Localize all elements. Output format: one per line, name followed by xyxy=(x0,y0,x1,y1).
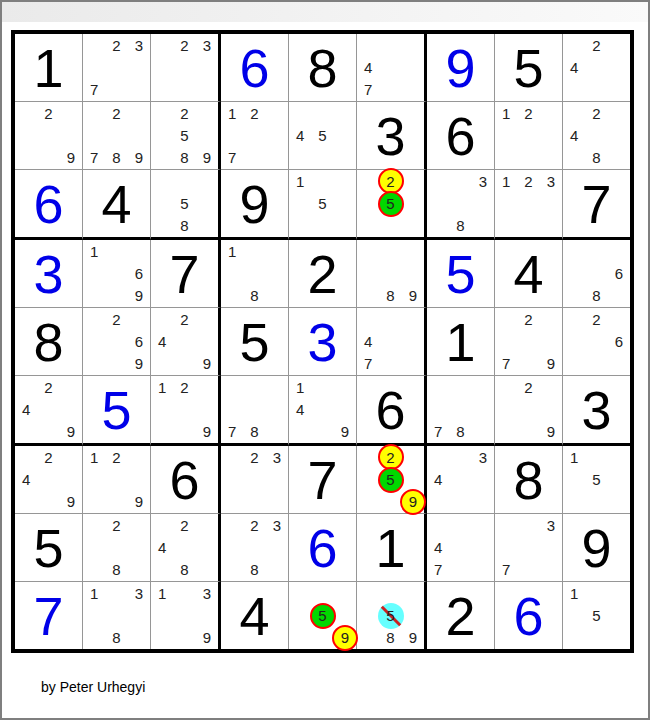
candidate-8: 8 xyxy=(449,421,471,443)
solved-digit: 6 xyxy=(15,170,82,237)
given-digit: 4 xyxy=(495,240,562,307)
cell-r7c6[interactable]: 259 xyxy=(357,446,427,514)
cell-r4c9[interactable]: 68 xyxy=(563,240,630,308)
cell-r2c2[interactable]: 2789 xyxy=(83,102,151,170)
cell-r4c6[interactable]: 89 xyxy=(357,240,427,308)
candidate-1: 1 xyxy=(151,376,173,398)
candidate-3: 3 xyxy=(128,582,150,604)
solved-digit: 5 xyxy=(83,376,150,443)
candidate-2: 2 xyxy=(517,376,539,398)
cell-r9c7[interactable]: 2 xyxy=(427,582,495,649)
candidate-9: 9 xyxy=(60,421,82,443)
candidate-2: 2 xyxy=(379,446,401,468)
candidate-4: 4 xyxy=(151,536,173,558)
candidate-8: 8 xyxy=(173,215,195,237)
candidate-1: 1 xyxy=(563,582,585,604)
cell-r2c1[interactable]: 29 xyxy=(15,102,83,170)
candidate-9: 9 xyxy=(540,421,562,443)
candidate-3: 3 xyxy=(266,514,288,536)
cell-r4c4[interactable]: 18 xyxy=(221,240,289,308)
candidate-4: 4 xyxy=(563,124,585,146)
candidate-7: 7 xyxy=(495,559,517,581)
cell-r6c6[interactable]: 6 xyxy=(357,376,427,446)
candidate-5: 5 xyxy=(379,604,401,626)
candidate-2: 2 xyxy=(243,514,265,536)
solved-digit: 6 xyxy=(221,34,288,101)
given-digit: 7 xyxy=(563,170,630,237)
candidate-3: 3 xyxy=(472,170,494,192)
candidate-8: 8 xyxy=(243,559,265,581)
candidate-2: 2 xyxy=(585,102,607,124)
cell-r7c8[interactable]: 8 xyxy=(495,446,563,514)
candidate-8: 8 xyxy=(105,627,127,649)
candidate-5: 5 xyxy=(173,124,195,146)
solved-digit: 5 xyxy=(427,240,494,307)
candidate-4: 4 xyxy=(289,124,311,146)
solved-digit: 6 xyxy=(495,582,562,649)
candidate-2: 2 xyxy=(517,102,539,124)
cell-r2c9[interactable]: 248 xyxy=(563,102,630,170)
candidate-8: 8 xyxy=(379,285,401,307)
candidate-9: 9 xyxy=(60,147,82,169)
cell-r1c2[interactable]: 237 xyxy=(83,34,151,102)
given-digit: 4 xyxy=(83,170,150,237)
candidate-5: 5 xyxy=(379,468,401,490)
board-row-6: 249512978149678293 xyxy=(15,376,630,446)
cell-r9c2[interactable]: 138 xyxy=(83,582,151,649)
candidate-2: 2 xyxy=(173,34,195,56)
candidate-2: 2 xyxy=(37,102,59,124)
cell-r5c7[interactable]: 1 xyxy=(427,308,495,376)
candidate-7: 7 xyxy=(221,147,243,169)
cell-r7c2[interactable]: 129 xyxy=(83,446,151,514)
cell-r2c6[interactable]: 3 xyxy=(357,102,427,170)
cell-r5c3[interactable]: 249 xyxy=(151,308,221,376)
cell-r1c6[interactable]: 47 xyxy=(357,34,427,102)
candidate-5: 5 xyxy=(585,604,607,626)
cell-r8c1[interactable]: 5 xyxy=(15,514,83,582)
cell-r4c5[interactable]: 2 xyxy=(289,240,357,308)
solved-digit: 3 xyxy=(15,240,82,307)
given-digit: 5 xyxy=(495,34,562,101)
candidate-1: 1 xyxy=(289,170,311,192)
board-row-9: 71381394595892615 xyxy=(15,582,630,649)
candidate-2: 2 xyxy=(585,308,607,330)
cell-r5c2[interactable]: 269 xyxy=(83,308,151,376)
given-digit: 2 xyxy=(289,240,356,307)
cell-r6c8[interactable]: 29 xyxy=(495,376,563,446)
cell-r3c6[interactable]: 25 xyxy=(357,170,427,240)
candidate-9: 9 xyxy=(196,421,218,443)
board-row-8: 5282482386147379 xyxy=(15,514,630,582)
candidate-8: 8 xyxy=(585,285,607,307)
candidate-7: 7 xyxy=(427,421,449,443)
cell-r5c1[interactable]: 8 xyxy=(15,308,83,376)
solved-digit: 3 xyxy=(289,308,356,375)
cell-r3c9[interactable]: 7 xyxy=(563,170,630,240)
cell-r3c3[interactable]: 58 xyxy=(151,170,221,240)
candidate-2: 2 xyxy=(37,376,59,398)
cell-r4c3[interactable]: 7 xyxy=(151,240,221,308)
candidate-9: 9 xyxy=(196,627,218,649)
candidate-6: 6 xyxy=(128,262,150,284)
candidate-2: 2 xyxy=(105,514,127,536)
given-digit: 7 xyxy=(289,446,356,513)
board-row-1: 12372368479524 xyxy=(15,34,630,102)
given-digit: 3 xyxy=(563,376,630,443)
candidate-8: 8 xyxy=(585,147,607,169)
candidate-3: 3 xyxy=(196,34,218,56)
candidate-3: 3 xyxy=(128,34,150,56)
candidate-1: 1 xyxy=(289,376,311,398)
candidate-3: 3 xyxy=(540,170,562,192)
given-digit: 8 xyxy=(495,446,562,513)
cell-r5c8[interactable]: 279 xyxy=(495,308,563,376)
candidate-4: 4 xyxy=(289,398,311,420)
cell-r4c2[interactable]: 169 xyxy=(83,240,151,308)
candidate-9: 9 xyxy=(60,491,82,513)
candidate-4: 4 xyxy=(427,536,449,558)
cell-r6c3[interactable]: 129 xyxy=(151,376,221,446)
cell-r2c3[interactable]: 2589 xyxy=(151,102,221,170)
candidate-7: 7 xyxy=(221,421,243,443)
candidate-8: 8 xyxy=(173,147,195,169)
candidate-9: 9 xyxy=(196,353,218,375)
candidate-1: 1 xyxy=(221,240,243,262)
cell-r5c6[interactable]: 47 xyxy=(357,308,427,376)
cell-r3c7[interactable]: 38 xyxy=(427,170,495,240)
board-row-3: 645891525381237 xyxy=(15,170,630,240)
candidate-9: 9 xyxy=(128,285,150,307)
candidate-2: 2 xyxy=(105,446,127,468)
candidate-1: 1 xyxy=(151,582,173,604)
applet-window: 1237236847952429278925891274536122486458… xyxy=(0,0,650,720)
cell-r1c3[interactable]: 23 xyxy=(151,34,221,102)
cell-r7c9[interactable]: 15 xyxy=(563,446,630,514)
candidate-4: 4 xyxy=(427,468,449,490)
candidate-5: 5 xyxy=(585,468,607,490)
candidate-5: 5 xyxy=(173,192,195,214)
candidate-2: 2 xyxy=(379,170,401,192)
cell-r8c3[interactable]: 248 xyxy=(151,514,221,582)
candidate-3: 3 xyxy=(472,446,494,468)
sudoku-board: 1237236847952429278925891274536122486458… xyxy=(11,30,634,653)
given-digit: 8 xyxy=(15,308,82,375)
given-digit: 9 xyxy=(563,514,630,581)
candidate-2: 2 xyxy=(173,376,195,398)
cell-r1c4[interactable]: 6 xyxy=(221,34,289,102)
candidate-5: 5 xyxy=(311,604,333,626)
candidate-2: 2 xyxy=(517,308,539,330)
cell-r8c8[interactable]: 37 xyxy=(495,514,563,582)
cell-r5c5[interactable]: 3 xyxy=(289,308,357,376)
candidate-8: 8 xyxy=(173,559,195,581)
candidate-8: 8 xyxy=(379,627,401,649)
given-digit: 8 xyxy=(289,34,356,101)
given-digit: 4 xyxy=(221,582,288,649)
cell-r3c5[interactable]: 15 xyxy=(289,170,357,240)
cell-r9c9[interactable]: 15 xyxy=(563,582,630,649)
cell-r8c4[interactable]: 238 xyxy=(221,514,289,582)
candidate-5: 5 xyxy=(311,124,333,146)
candidate-2: 2 xyxy=(173,514,195,536)
candidate-8: 8 xyxy=(243,421,265,443)
candidate-8: 8 xyxy=(449,215,471,237)
cell-r3c4[interactable]: 9 xyxy=(221,170,289,240)
cell-r3c1[interactable]: 6 xyxy=(15,170,83,240)
given-digit: 3 xyxy=(357,102,424,169)
given-digit: 6 xyxy=(151,446,218,513)
cell-r8c7[interactable]: 47 xyxy=(427,514,495,582)
cell-r5c4[interactable]: 5 xyxy=(221,308,289,376)
candidate-2: 2 xyxy=(173,102,195,124)
board-row-2: 2927892589127453612248 xyxy=(15,102,630,170)
given-digit: 6 xyxy=(357,376,424,443)
candidate-9: 9 xyxy=(540,353,562,375)
cell-r2c4[interactable]: 127 xyxy=(221,102,289,170)
cell-r6c4[interactable]: 78 xyxy=(221,376,289,446)
cell-r9c6[interactable]: 589 xyxy=(357,582,427,649)
cell-r7c7[interactable]: 34 xyxy=(427,446,495,514)
candidate-8: 8 xyxy=(105,559,127,581)
candidate-8: 8 xyxy=(105,147,127,169)
candidate-6: 6 xyxy=(608,330,630,352)
candidate-1: 1 xyxy=(83,446,105,468)
given-digit: 1 xyxy=(357,514,424,581)
titlebar xyxy=(2,2,648,22)
cell-r3c8[interactable]: 123 xyxy=(495,170,563,240)
candidate-8: 8 xyxy=(243,285,265,307)
cell-r6c9[interactable]: 3 xyxy=(563,376,630,446)
given-digit: 7 xyxy=(151,240,218,307)
candidate-9: 9 xyxy=(128,491,150,513)
cell-r5c9[interactable]: 26 xyxy=(563,308,630,376)
cell-r1c9[interactable]: 24 xyxy=(563,34,630,102)
cell-r2c8[interactable]: 12 xyxy=(495,102,563,170)
candidate-1: 1 xyxy=(221,102,243,124)
given-digit: 9 xyxy=(221,170,288,237)
cell-r7c5[interactable]: 7 xyxy=(289,446,357,514)
candidate-3: 3 xyxy=(196,582,218,604)
candidate-4: 4 xyxy=(15,398,37,420)
candidate-9: 9 xyxy=(128,147,150,169)
given-digit: 5 xyxy=(15,514,82,581)
candidate-1: 1 xyxy=(495,102,517,124)
given-digit: 5 xyxy=(221,308,288,375)
candidate-7: 7 xyxy=(83,147,105,169)
cell-r6c1[interactable]: 249 xyxy=(15,376,83,446)
given-digit: 1 xyxy=(15,34,82,101)
candidate-3: 3 xyxy=(540,514,562,536)
candidate-6: 6 xyxy=(608,262,630,284)
cell-r1c7[interactable]: 9 xyxy=(427,34,495,102)
cell-r1c8[interactable]: 5 xyxy=(495,34,563,102)
cell-r6c5[interactable]: 149 xyxy=(289,376,357,446)
candidate-6: 6 xyxy=(128,330,150,352)
cell-r2c5[interactable]: 45 xyxy=(289,102,357,170)
candidate-9: 9 xyxy=(128,353,150,375)
candidate-9: 9 xyxy=(334,627,356,649)
candidate-2: 2 xyxy=(105,34,127,56)
cell-r4c8[interactable]: 4 xyxy=(495,240,563,308)
candidate-2: 2 xyxy=(243,102,265,124)
candidate-5: 5 xyxy=(379,192,401,214)
candidate-5: 5 xyxy=(311,192,333,214)
candidate-9: 9 xyxy=(334,421,356,443)
candidate-1: 1 xyxy=(83,240,105,262)
candidate-1: 1 xyxy=(83,582,105,604)
candidate-2: 2 xyxy=(585,34,607,56)
board-row-4: 31697182895468 xyxy=(15,240,630,308)
given-digit: 1 xyxy=(427,308,494,375)
cell-r8c9[interactable]: 9 xyxy=(563,514,630,582)
cell-r9c1[interactable]: 7 xyxy=(15,582,83,649)
candidate-7: 7 xyxy=(357,79,379,101)
cell-r6c7[interactable]: 78 xyxy=(427,376,495,446)
cell-r9c4[interactable]: 4 xyxy=(221,582,289,649)
cell-r8c5[interactable]: 6 xyxy=(289,514,357,582)
board-row-5: 82692495347127926 xyxy=(15,308,630,376)
candidate-3: 3 xyxy=(266,446,288,468)
cell-r7c4[interactable]: 23 xyxy=(221,446,289,514)
candidate-2: 2 xyxy=(243,446,265,468)
candidate-2: 2 xyxy=(105,102,127,124)
cell-r9c8[interactable]: 6 xyxy=(495,582,563,649)
cell-r4c7[interactable]: 5 xyxy=(427,240,495,308)
cell-r7c1[interactable]: 249 xyxy=(15,446,83,514)
candidate-2: 2 xyxy=(173,308,195,330)
candidate-2: 2 xyxy=(105,308,127,330)
candidate-4: 4 xyxy=(151,330,173,352)
candidate-7: 7 xyxy=(83,79,105,101)
solved-digit: 7 xyxy=(15,582,82,649)
candidate-7: 7 xyxy=(357,353,379,375)
given-digit: 2 xyxy=(427,582,494,649)
cell-r1c5[interactable]: 8 xyxy=(289,34,357,102)
candidate-7: 7 xyxy=(427,559,449,581)
cell-r7c3[interactable]: 6 xyxy=(151,446,221,514)
candidate-9: 9 xyxy=(196,147,218,169)
cell-r1c1[interactable]: 1 xyxy=(15,34,83,102)
candidate-4: 4 xyxy=(357,56,379,78)
candidate-4: 4 xyxy=(15,468,37,490)
cell-r9c3[interactable]: 139 xyxy=(151,582,221,649)
cell-r4c1[interactable]: 3 xyxy=(15,240,83,308)
cell-r3c2[interactable]: 4 xyxy=(83,170,151,240)
candidate-2: 2 xyxy=(37,446,59,468)
candidate-4: 4 xyxy=(563,56,585,78)
candidate-4: 4 xyxy=(357,330,379,352)
cell-r8c6[interactable]: 1 xyxy=(357,514,427,582)
candidate-1: 1 xyxy=(563,446,585,468)
attribution-text: by Peter Urhegyi xyxy=(41,679,145,695)
candidate-9: 9 xyxy=(402,491,424,513)
cell-r6c2[interactable]: 5 xyxy=(83,376,151,446)
cell-r9c5[interactable]: 59 xyxy=(289,582,357,649)
candidate-9: 9 xyxy=(402,627,424,649)
cell-r8c2[interactable]: 28 xyxy=(83,514,151,582)
candidate-2: 2 xyxy=(517,170,539,192)
candidate-7: 7 xyxy=(495,353,517,375)
candidate-1: 1 xyxy=(495,170,517,192)
given-digit: 6 xyxy=(427,102,494,169)
cell-r2c7[interactable]: 6 xyxy=(427,102,495,170)
solved-digit: 9 xyxy=(427,34,494,101)
candidate-9: 9 xyxy=(402,285,424,307)
solved-digit: 6 xyxy=(289,514,356,581)
board-row-7: 249129623725934815 xyxy=(15,446,630,514)
